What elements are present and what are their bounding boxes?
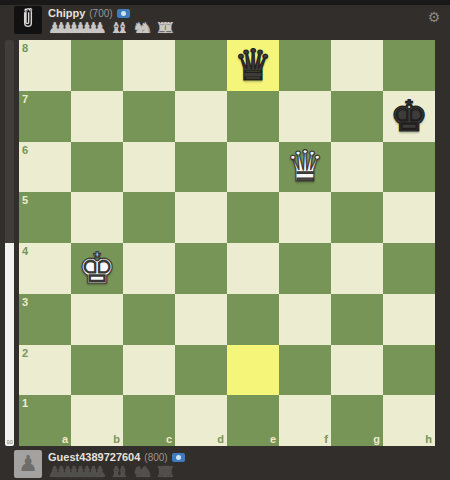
square-c4[interactable] — [123, 243, 175, 294]
rank-label-4: 4 — [22, 245, 28, 257]
square-c3[interactable] — [123, 294, 175, 345]
settings-gear-icon[interactable]: ⚙ — [425, 8, 443, 26]
rank-label-6: 6 — [22, 144, 28, 156]
file-label-e: e — [270, 433, 276, 445]
bottom-captured-pieces: ♟♟♟♟♟♟♟♟♝♝♞♞♜♜ — [48, 462, 178, 480]
square-g8[interactable] — [331, 40, 383, 91]
square-d5[interactable] — [175, 192, 227, 243]
square-f3[interactable] — [279, 294, 331, 345]
square-f7[interactable] — [279, 91, 331, 142]
square-c1[interactable]: c — [123, 395, 175, 446]
file-label-c: c — [166, 433, 172, 445]
square-g7[interactable] — [331, 91, 383, 142]
square-f6[interactable]: ♛ — [279, 142, 331, 193]
square-f2[interactable] — [279, 345, 331, 396]
rank-label-3: 3 — [22, 296, 28, 308]
square-h2[interactable] — [383, 345, 435, 396]
rank-label-8: 8 — [22, 42, 28, 54]
square-a4[interactable]: 4 — [19, 243, 71, 294]
square-h5[interactable] — [383, 192, 435, 243]
square-b4[interactable]: ♚ — [71, 243, 123, 294]
square-c8[interactable] — [123, 40, 175, 91]
file-label-a: a — [62, 433, 68, 445]
square-c6[interactable] — [123, 142, 175, 193]
square-b8[interactable] — [71, 40, 123, 91]
captured-black-rooks-icon: ♜♜ — [155, 462, 168, 480]
square-e8[interactable]: ♛ — [227, 40, 279, 91]
evaluation-bar: 0.0 — [5, 40, 14, 446]
captured-white-knights-icon: ♞♞ — [132, 18, 145, 38]
square-g6[interactable] — [331, 142, 383, 193]
square-f4[interactable] — [279, 243, 331, 294]
country-flag-icon — [172, 453, 185, 462]
square-g1[interactable]: g — [331, 395, 383, 446]
square-d7[interactable] — [175, 91, 227, 142]
file-label-d: d — [217, 433, 224, 445]
square-g4[interactable] — [331, 243, 383, 294]
square-c7[interactable] — [123, 91, 175, 142]
top-captured-pieces: ♟♟♟♟♟♟♟♟♝♝♞♞♜♜ — [48, 18, 178, 38]
square-h1[interactable]: h — [383, 395, 435, 446]
square-a1[interactable]: 1a — [19, 395, 71, 446]
square-f1[interactable]: f — [279, 395, 331, 446]
piece-black-king[interactable]: ♚ — [390, 95, 429, 138]
square-d3[interactable] — [175, 294, 227, 345]
square-g3[interactable] — [331, 294, 383, 345]
rank-label-1: 1 — [22, 397, 28, 409]
captured-black-bishops-icon: ♝♝ — [110, 462, 123, 480]
square-f5[interactable] — [279, 192, 331, 243]
square-h8[interactable] — [383, 40, 435, 91]
rank-label-7: 7 — [22, 93, 28, 105]
square-a2[interactable]: 2 — [19, 345, 71, 396]
square-a6[interactable]: 6 — [19, 142, 71, 193]
file-label-h: h — [425, 433, 432, 445]
square-e3[interactable] — [227, 294, 279, 345]
square-a3[interactable]: 3 — [19, 294, 71, 345]
square-h6[interactable] — [383, 142, 435, 193]
piece-black-queen[interactable]: ♛ — [234, 44, 273, 87]
square-b2[interactable] — [71, 345, 123, 396]
evaluation-bar-white-half: 0.0 — [5, 243, 14, 446]
captured-black-pawns-icon: ♟♟♟♟♟♟♟♟ — [48, 462, 100, 480]
square-g5[interactable] — [331, 192, 383, 243]
file-label-g: g — [373, 433, 380, 445]
square-a7[interactable]: 7 — [19, 91, 71, 142]
chess-app: Chippy (700) ♟♟♟♟♟♟♟♟♝♝♞♞♜♜ ⚙ 0.0 8♛7♚6♛… — [0, 0, 450, 480]
square-c2[interactable] — [123, 345, 175, 396]
square-h7[interactable]: ♚ — [383, 91, 435, 142]
avatar[interactable] — [14, 6, 42, 34]
square-e6[interactable] — [227, 142, 279, 193]
square-b1[interactable]: b — [71, 395, 123, 446]
rank-label-2: 2 — [22, 347, 28, 359]
square-a5[interactable]: 5 — [19, 192, 71, 243]
square-h3[interactable] — [383, 294, 435, 345]
square-d8[interactable] — [175, 40, 227, 91]
file-label-f: f — [324, 433, 328, 445]
piece-white-queen[interactable]: ♛ — [286, 145, 325, 188]
square-f8[interactable] — [279, 40, 331, 91]
square-b5[interactable] — [71, 192, 123, 243]
captured-white-bishops-icon: ♝♝ — [110, 18, 123, 38]
square-e2[interactable] — [227, 345, 279, 396]
avatar[interactable]: ♟ — [14, 450, 42, 478]
piece-white-king[interactable]: ♚ — [78, 247, 117, 290]
square-b6[interactable] — [71, 142, 123, 193]
square-d6[interactable] — [175, 142, 227, 193]
bottom-player-bar: ♟ Guest4389727604 (800) ♟♟♟♟♟♟♟♟♝♝♞♞♜♜ — [14, 449, 444, 480]
square-e7[interactable] — [227, 91, 279, 142]
square-d1[interactable]: d — [175, 395, 227, 446]
clippy-paperclip-icon — [18, 6, 38, 34]
file-label-b: b — [113, 433, 120, 445]
bottom-player-rating: (800) — [144, 452, 167, 463]
square-a8[interactable]: 8 — [19, 40, 71, 91]
board[interactable]: 8♛7♚6♛54♚321abcdefgh — [19, 40, 435, 446]
top-player-bar: Chippy (700) ♟♟♟♟♟♟♟♟♝♝♞♞♜♜ — [14, 5, 444, 39]
square-e1[interactable]: e — [227, 395, 279, 446]
default-pawn-avatar-icon: ♟ — [18, 453, 38, 475]
square-e4[interactable] — [227, 243, 279, 294]
square-h4[interactable] — [383, 243, 435, 294]
captured-white-pawns-icon: ♟♟♟♟♟♟♟♟ — [48, 18, 100, 38]
country-flag-icon — [117, 9, 130, 18]
square-b3[interactable] — [71, 294, 123, 345]
captured-black-knights-icon: ♞♞ — [132, 462, 145, 480]
top-player-rating: (700) — [89, 8, 112, 19]
square-d2[interactable] — [175, 345, 227, 396]
evaluation-score: 0.0 — [5, 439, 14, 445]
captured-white-rooks-icon: ♜♜ — [155, 18, 168, 38]
rank-label-5: 5 — [22, 194, 28, 206]
square-e5[interactable] — [227, 192, 279, 243]
square-g2[interactable] — [331, 345, 383, 396]
square-d4[interactable] — [175, 243, 227, 294]
square-c5[interactable] — [123, 192, 175, 243]
square-b7[interactable] — [71, 91, 123, 142]
